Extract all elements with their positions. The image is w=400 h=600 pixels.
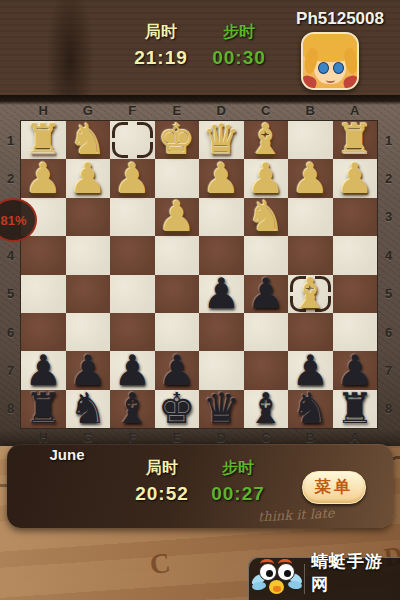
opponent-name: Ph5125008	[280, 9, 400, 29]
avatar-shoulder	[342, 74, 359, 90]
black-pawn: ♟	[202, 275, 240, 313]
black-pawn: ♟	[24, 352, 62, 390]
white-rook: ♜	[336, 121, 374, 159]
opponent-game-clock: 局时 21:19	[116, 22, 206, 69]
square-b7[interactable]: ♟	[288, 351, 333, 389]
dragonfly-mascot-icon	[253, 560, 301, 598]
black-pawn: ♟	[336, 352, 374, 390]
square-d5[interactable]: ♟	[199, 275, 244, 313]
move-marker-corner	[290, 296, 306, 312]
mascot-pupil	[284, 570, 291, 577]
rank-label-3: 3	[377, 198, 400, 236]
square-d4[interactable]	[199, 236, 244, 274]
square-c8[interactable]: ♝	[244, 390, 289, 428]
square-e5[interactable]	[155, 275, 200, 313]
black-king: ♚	[158, 390, 196, 428]
rank-label-2: 2	[377, 159, 400, 197]
wood-burnt-letter-c: C	[148, 547, 172, 582]
square-e1[interactable]: ♚	[155, 121, 200, 159]
square-h4[interactable]	[21, 236, 66, 274]
square-d2[interactable]: ♟	[199, 159, 244, 197]
square-c4[interactable]	[244, 236, 289, 274]
rank-label-4: 4	[377, 236, 400, 274]
square-a2[interactable]: ♟	[333, 159, 378, 197]
white-pawn: ♟	[291, 160, 329, 198]
file-label-a: A	[333, 101, 378, 120]
rank-label-1: 1	[377, 121, 400, 159]
mascot-brow	[260, 559, 274, 569]
square-c7[interactable]	[244, 351, 289, 389]
move-marker-corner	[112, 142, 128, 158]
player-move-clock: 步时 00:27	[193, 458, 283, 505]
square-d7[interactable]	[199, 351, 244, 389]
square-e2[interactable]	[155, 159, 200, 197]
square-h2[interactable]: ♟	[21, 159, 66, 197]
square-d3[interactable]	[199, 198, 244, 236]
square-h7[interactable]: ♟	[21, 351, 66, 389]
square-d6[interactable]	[199, 313, 244, 351]
square-c6[interactable]	[244, 313, 289, 351]
white-pawn: ♟	[336, 160, 374, 198]
square-c5[interactable]: ♟	[244, 275, 289, 313]
square-a1[interactable]: ♜	[333, 121, 378, 159]
rank-label-5: 5	[377, 275, 400, 313]
square-f2[interactable]: ♟	[110, 159, 155, 197]
black-rook: ♜	[24, 390, 62, 428]
move-time-value: 00:27	[193, 483, 283, 505]
square-e7[interactable]: ♟	[155, 351, 200, 389]
move-marker-corner	[315, 276, 331, 292]
move-time-label: 步时	[194, 22, 284, 43]
white-pawn: ♟	[202, 160, 240, 198]
square-a3[interactable]	[333, 198, 378, 236]
white-knight: ♞	[247, 198, 285, 236]
move-time-label: 步时	[193, 458, 283, 479]
chess-board: HGFEDCBA HGFEDCBA 12345678 12345678 ♜♞♚♛…	[0, 95, 400, 446]
rank-label-7: 7	[377, 351, 400, 389]
white-pawn: ♟	[113, 160, 151, 198]
square-b8[interactable]: ♞	[288, 390, 333, 428]
move-marker-corner	[137, 142, 153, 158]
white-pawn: ♟	[247, 160, 285, 198]
board-squares: ♜♞♚♛♝♜♟♟♟♟♟♟♟♟♞♟♟♝♟♟♟♟♟♟♜♞♝♚♛♝♞♜	[21, 121, 377, 428]
black-bishop: ♝	[247, 390, 285, 428]
square-g3[interactable]	[66, 198, 111, 236]
square-g4[interactable]	[66, 236, 111, 274]
black-pawn: ♟	[158, 352, 196, 390]
square-g5[interactable]	[66, 275, 111, 313]
app-screen: C D 局时 21:19 步时 00:30 Ph5125008 HGFEDCBA…	[0, 0, 400, 600]
square-g1[interactable]: ♞	[66, 121, 111, 159]
file-label-g: G	[66, 101, 111, 120]
square-a6[interactable]	[333, 313, 378, 351]
move-marker-corner	[315, 296, 331, 312]
watermark-divider	[304, 564, 305, 594]
black-pawn: ♟	[291, 352, 329, 390]
black-pawn: ♟	[69, 352, 107, 390]
rank-label-2: 2	[0, 159, 21, 197]
avatar-mouth	[326, 77, 335, 83]
square-b2[interactable]: ♟	[288, 159, 333, 197]
square-e4[interactable]	[155, 236, 200, 274]
rank-label-1: 1	[0, 121, 21, 159]
white-knight: ♞	[69, 121, 107, 159]
square-h8[interactable]: ♜	[21, 390, 66, 428]
square-b3[interactable]	[288, 198, 333, 236]
file-label-c: C	[244, 101, 289, 120]
square-b1[interactable]	[288, 121, 333, 159]
watermark-site-name: 蜻蜓手游网	[311, 550, 400, 596]
black-knight: ♞	[69, 390, 107, 428]
avatar-eye	[333, 62, 344, 74]
square-h6[interactable]	[21, 313, 66, 351]
square-f4[interactable]	[110, 236, 155, 274]
square-c2[interactable]: ♟	[244, 159, 289, 197]
file-label-d: D	[199, 101, 244, 120]
rank-label-6: 6	[377, 313, 400, 351]
rank-label-6: 6	[0, 313, 21, 351]
square-a5[interactable]	[333, 275, 378, 313]
move-marker-corner	[137, 122, 153, 138]
menu-button[interactable]: 菜单	[302, 471, 366, 504]
file-label-e: E	[155, 101, 200, 120]
ranks-right: 12345678	[377, 121, 400, 428]
game-time-value: 21:19	[116, 47, 206, 69]
file-label-b: B	[288, 101, 333, 120]
mascot-pupil	[266, 570, 273, 577]
square-g8[interactable]: ♞	[66, 390, 111, 428]
black-pawn: ♟	[247, 275, 285, 313]
square-g6[interactable]	[66, 313, 111, 351]
mascot-brow	[278, 559, 292, 569]
white-bishop: ♝	[247, 121, 285, 159]
rank-label-5: 5	[0, 275, 21, 313]
square-b6[interactable]	[288, 313, 333, 351]
black-queen: ♛	[202, 390, 240, 428]
site-watermark: 蜻蜓手游网 WWW.QT6.COM	[248, 557, 400, 600]
mascot-beak	[273, 586, 281, 592]
square-e8[interactable]: ♚	[155, 390, 200, 428]
white-pawn: ♟	[69, 160, 107, 198]
square-h5[interactable]	[21, 275, 66, 313]
white-pawn: ♟	[24, 160, 62, 198]
white-queen: ♛	[202, 121, 240, 159]
file-label-f: F	[110, 101, 155, 120]
move-marker-corner	[290, 276, 306, 292]
square-g2[interactable]: ♟	[66, 159, 111, 197]
rank-label-8: 8	[377, 390, 400, 428]
square-c1[interactable]: ♝	[244, 121, 289, 159]
black-knight: ♞	[291, 390, 329, 428]
opponent-move-clock: 步时 00:30	[194, 22, 284, 69]
square-e6[interactable]	[155, 313, 200, 351]
square-b5[interactable]: ♝	[288, 275, 333, 313]
white-king: ♚	[158, 121, 196, 159]
square-f7[interactable]: ♟	[110, 351, 155, 389]
square-h1[interactable]: ♜	[21, 121, 66, 159]
avatar-eye	[318, 62, 329, 74]
square-f5[interactable]	[110, 275, 155, 313]
square-d1[interactable]: ♛	[199, 121, 244, 159]
square-f8[interactable]: ♝	[110, 390, 155, 428]
square-f1[interactable]	[110, 121, 155, 159]
square-a7[interactable]: ♟	[333, 351, 378, 389]
square-f6[interactable]	[110, 313, 155, 351]
square-a8[interactable]: ♜	[333, 390, 378, 428]
square-a4[interactable]	[333, 236, 378, 274]
file-label-h: H	[21, 101, 66, 120]
game-time-label: 局时	[116, 22, 206, 43]
white-pawn: ♟	[158, 198, 196, 236]
player-name: June	[38, 446, 96, 463]
move-marker-corner	[112, 122, 128, 138]
white-rook: ♜	[24, 121, 62, 159]
rank-label-8: 8	[0, 390, 21, 428]
black-pawn: ♟	[113, 352, 151, 390]
move-time-value: 00:30	[194, 47, 284, 69]
square-b4[interactable]	[288, 236, 333, 274]
ranks-left: 12345678	[0, 121, 21, 428]
black-bishop: ♝	[113, 390, 151, 428]
black-rook: ♜	[336, 390, 374, 428]
files-top: HGFEDCBA	[21, 101, 377, 120]
square-g7[interactable]: ♟	[66, 351, 111, 389]
opponent-avatar[interactable]	[301, 32, 359, 90]
square-e3[interactable]: ♟	[155, 198, 200, 236]
square-d8[interactable]: ♛	[199, 390, 244, 428]
square-c3[interactable]: ♞	[244, 198, 289, 236]
square-f3[interactable]	[110, 198, 155, 236]
rank-label-7: 7	[0, 351, 21, 389]
